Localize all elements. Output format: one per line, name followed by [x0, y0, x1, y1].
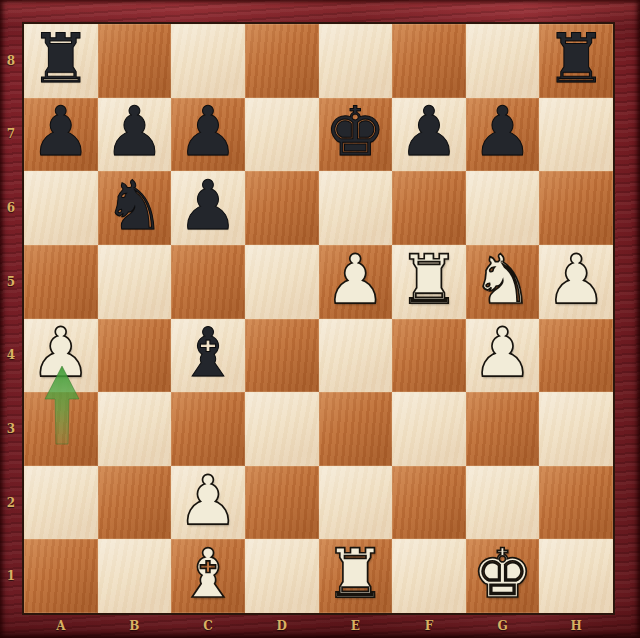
square-c8[interactable] — [171, 24, 245, 98]
square-b5[interactable] — [98, 245, 172, 319]
white-bishop[interactable]: ♝ — [178, 540, 239, 608]
square-d2[interactable] — [245, 466, 319, 540]
square-h7[interactable] — [539, 98, 613, 172]
rank-labels: 87654321 — [0, 24, 22, 613]
white-knight[interactable]: ♞ — [472, 246, 533, 314]
square-d1[interactable] — [245, 539, 319, 613]
black-knight[interactable]: ♞ — [104, 172, 165, 240]
board: ♜♜♟♟♟♚♟♟♞♟♟♜♞♟♟♝♟♟♝♜♚ — [24, 24, 613, 613]
square-b3[interactable] — [98, 392, 172, 466]
square-c4[interactable]: ♝ — [171, 319, 245, 393]
square-h8[interactable]: ♜ — [539, 24, 613, 98]
square-e5[interactable]: ♟ — [319, 245, 393, 319]
board-frame: ♜♜♟♟♟♚♟♟♞♟♟♜♞♟♟♝♟♟♝♜♚ 87654321 ABCDEFGH — [0, 0, 640, 638]
square-c5[interactable] — [171, 245, 245, 319]
square-h1[interactable] — [539, 539, 613, 613]
square-h6[interactable] — [539, 171, 613, 245]
square-g8[interactable] — [466, 24, 540, 98]
square-b2[interactable] — [98, 466, 172, 540]
square-a6[interactable] — [24, 171, 98, 245]
file-label-b: B — [129, 619, 139, 633]
white-rook[interactable]: ♜ — [325, 540, 386, 608]
square-c7[interactable]: ♟ — [171, 98, 245, 172]
square-e1[interactable]: ♜ — [319, 539, 393, 613]
file-labels: ABCDEFGH — [24, 613, 613, 638]
rank-label-4: 4 — [7, 348, 15, 362]
square-d8[interactable] — [245, 24, 319, 98]
black-pawn[interactable]: ♟ — [30, 98, 91, 166]
square-g5[interactable]: ♞ — [466, 245, 540, 319]
square-a5[interactable] — [24, 245, 98, 319]
square-a2[interactable] — [24, 466, 98, 540]
square-a7[interactable]: ♟ — [24, 98, 98, 172]
file-label-g: G — [497, 619, 507, 633]
rank-label-6: 6 — [7, 201, 15, 215]
square-d7[interactable] — [245, 98, 319, 172]
square-g3[interactable] — [466, 392, 540, 466]
square-h4[interactable] — [539, 319, 613, 393]
file-label-a: A — [56, 619, 65, 633]
rank-label-5: 5 — [7, 275, 15, 289]
square-d6[interactable] — [245, 171, 319, 245]
square-h5[interactable]: ♟ — [539, 245, 613, 319]
square-e6[interactable] — [319, 171, 393, 245]
file-label-d: D — [276, 619, 286, 633]
square-c3[interactable] — [171, 392, 245, 466]
black-pawn[interactable]: ♟ — [178, 98, 239, 166]
square-g2[interactable] — [466, 466, 540, 540]
square-f5[interactable]: ♜ — [392, 245, 466, 319]
square-e4[interactable] — [319, 319, 393, 393]
square-e2[interactable] — [319, 466, 393, 540]
rank-label-3: 3 — [7, 422, 15, 436]
square-c6[interactable]: ♟ — [171, 171, 245, 245]
rank-label-2: 2 — [7, 496, 15, 510]
white-pawn[interactable]: ♟ — [472, 319, 533, 387]
black-pawn[interactable]: ♟ — [104, 98, 165, 166]
square-f7[interactable]: ♟ — [392, 98, 466, 172]
square-a3[interactable] — [24, 392, 98, 466]
square-f2[interactable] — [392, 466, 466, 540]
square-g1[interactable]: ♚ — [466, 539, 540, 613]
square-b1[interactable] — [98, 539, 172, 613]
white-pawn[interactable]: ♟ — [325, 246, 386, 314]
square-c1[interactable]: ♝ — [171, 539, 245, 613]
black-bishop[interactable]: ♝ — [178, 319, 239, 387]
square-h3[interactable] — [539, 392, 613, 466]
square-g6[interactable] — [466, 171, 540, 245]
square-a4[interactable]: ♟ — [24, 319, 98, 393]
square-d4[interactable] — [245, 319, 319, 393]
file-label-e: E — [351, 619, 360, 633]
white-pawn[interactable]: ♟ — [30, 319, 91, 387]
rank-label-7: 7 — [7, 127, 15, 141]
file-label-h: H — [571, 619, 582, 633]
square-f4[interactable] — [392, 319, 466, 393]
square-f1[interactable] — [392, 539, 466, 613]
rank-label-8: 8 — [7, 54, 15, 68]
black-pawn[interactable]: ♟ — [398, 98, 459, 166]
square-b7[interactable]: ♟ — [98, 98, 172, 172]
square-f3[interactable] — [392, 392, 466, 466]
square-b4[interactable] — [98, 319, 172, 393]
white-pawn[interactable]: ♟ — [178, 467, 239, 535]
square-g7[interactable]: ♟ — [466, 98, 540, 172]
black-pawn[interactable]: ♟ — [178, 172, 239, 240]
square-a8[interactable]: ♜ — [24, 24, 98, 98]
white-rook[interactable]: ♜ — [398, 246, 459, 314]
file-label-c: C — [203, 619, 213, 633]
square-c2[interactable]: ♟ — [171, 466, 245, 540]
square-g4[interactable]: ♟ — [466, 319, 540, 393]
square-d3[interactable] — [245, 392, 319, 466]
black-rook[interactable]: ♜ — [546, 25, 607, 93]
file-label-f: F — [425, 619, 434, 633]
black-rook[interactable]: ♜ — [30, 25, 91, 93]
square-h2[interactable] — [539, 466, 613, 540]
white-pawn[interactable]: ♟ — [546, 246, 607, 314]
square-b8[interactable] — [98, 24, 172, 98]
black-pawn[interactable]: ♟ — [472, 98, 533, 166]
square-e7[interactable]: ♚ — [319, 98, 393, 172]
square-f6[interactable] — [392, 171, 466, 245]
square-d5[interactable] — [245, 245, 319, 319]
square-b6[interactable]: ♞ — [98, 171, 172, 245]
square-e3[interactable] — [319, 392, 393, 466]
square-a1[interactable] — [24, 539, 98, 613]
square-f8[interactable] — [392, 24, 466, 98]
rank-label-1: 1 — [7, 569, 15, 583]
black-king[interactable]: ♚ — [325, 98, 386, 166]
square-e8[interactable] — [319, 24, 393, 98]
white-king[interactable]: ♚ — [472, 540, 533, 608]
